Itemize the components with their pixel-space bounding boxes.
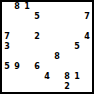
sudoku-grid: 81577243585964812 xyxy=(0,0,94,94)
sudoku-board-wrap: 81577243585964812 xyxy=(0,0,104,104)
empty-cell-r9c9[interactable] xyxy=(82,82,92,92)
